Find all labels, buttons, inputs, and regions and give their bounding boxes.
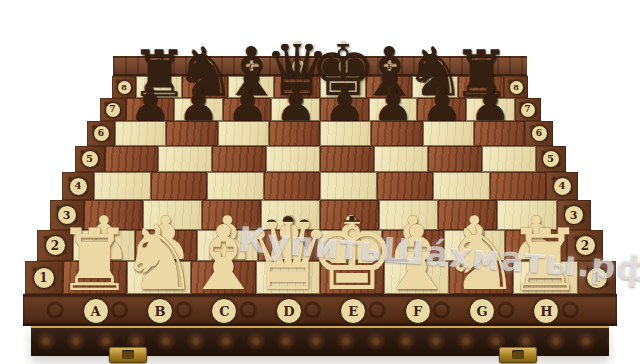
square-c6 (218, 121, 269, 146)
frame-right-rank-4: 4 (546, 172, 578, 200)
file-label-h: H (533, 298, 559, 324)
rank-label-left-1: 1 (33, 267, 55, 289)
rank-row-5: 55 (25, 146, 616, 172)
square-g4 (433, 172, 490, 200)
square-d1: ♛ (256, 261, 320, 294)
file-label-c: C (211, 298, 237, 324)
square-h3 (497, 200, 556, 230)
file-label-b: B (147, 298, 173, 324)
far-file-label-c: C (245, 59, 260, 74)
square-c7: ♟ (223, 98, 272, 121)
rank-row-8: 8♜♞♝♛♚♝♞♜8 (25, 76, 616, 98)
rank-label-right-6: 6 (531, 125, 548, 142)
rank-label-right-7: 7 (520, 102, 536, 118)
square-a8: ♜ (136, 76, 182, 98)
square-e5 (320, 146, 374, 172)
file-label-a: A (83, 298, 109, 324)
square-f8: ♝ (366, 76, 412, 98)
frame-left-rank-4: 4 (62, 172, 94, 200)
square-e6 (320, 121, 371, 146)
far-file-label-h: H (475, 59, 490, 74)
rank-label-left-7: 7 (105, 102, 121, 118)
rank-label-right-8: 8 (509, 80, 524, 95)
square-a2: ♟ (73, 230, 135, 261)
square-f3 (379, 200, 438, 230)
rank-label-left-8: 8 (117, 80, 132, 95)
file-label-g: G (469, 298, 495, 324)
square-b1: ♞ (127, 261, 191, 294)
square-d7: ♟ (271, 98, 320, 121)
square-b2: ♟ (135, 230, 197, 261)
rank-label-left-5: 5 (81, 150, 99, 168)
rank-label-left-4: 4 (69, 177, 88, 196)
frame-right-rank-8: 8 (504, 76, 528, 98)
rank-label-left-3: 3 (57, 205, 77, 225)
far-file-label-a: A (153, 59, 168, 74)
rank-label-right-5: 5 (542, 150, 560, 168)
square-c4 (207, 172, 264, 200)
square-b7: ♟ (174, 98, 223, 121)
square-c5 (212, 146, 266, 172)
square-b6 (166, 121, 217, 146)
rank-label-right-3: 3 (564, 205, 584, 225)
square-c8: ♝ (228, 76, 274, 98)
square-d5 (266, 146, 320, 172)
file-labels-band: ABCDEFGH (23, 294, 617, 326)
square-f4 (377, 172, 434, 200)
square-h7: ♟ (466, 98, 515, 121)
square-f7: ♟ (369, 98, 418, 121)
frame-left-rank-2: 2 (37, 230, 73, 261)
board-top-border: ABCDEFGH (113, 56, 527, 76)
square-b5 (158, 146, 212, 172)
far-file-label-e: E (337, 59, 352, 74)
frame-left-rank-5: 5 (75, 146, 105, 172)
far-file-label-f: F (383, 59, 398, 74)
square-a1: ♜ (63, 261, 127, 294)
square-d4 (264, 172, 321, 200)
frame-left-rank-7: 7 (100, 98, 126, 121)
square-g3 (438, 200, 497, 230)
square-e7: ♟ (320, 98, 369, 121)
square-a7: ♟ (126, 98, 175, 121)
frame-left-rank-1: 1 (25, 261, 63, 294)
square-a3 (84, 200, 143, 230)
file-label-e: E (340, 298, 366, 324)
square-h6 (474, 121, 525, 146)
square-g8: ♞ (412, 76, 458, 98)
rank-label-left-6: 6 (93, 125, 110, 142)
square-a5 (105, 146, 159, 172)
frame-right-rank-7: 7 (515, 98, 541, 121)
square-a6 (115, 121, 166, 146)
square-g5 (428, 146, 482, 172)
square-d6 (269, 121, 320, 146)
square-e4 (320, 172, 377, 200)
file-label-d: D (276, 298, 302, 324)
rank-label-right-4: 4 (553, 177, 572, 196)
frame-left-rank-6: 6 (87, 121, 115, 146)
chess-set-photo: ABCDEFGH 8♜♞♝♛♚♝♞♜87♟♟♟♟♟♟♟♟7665544332♟♟… (0, 0, 640, 364)
chess-board: ABCDEFGH 8♜♞♝♛♚♝♞♜87♟♟♟♟♟♟♟♟7665544332♟♟… (0, 56, 640, 356)
square-d8: ♛ (274, 76, 320, 98)
box-front-panel (31, 326, 609, 356)
square-h5 (482, 146, 536, 172)
square-b4 (151, 172, 208, 200)
square-h4 (490, 172, 547, 200)
brass-clasp-left (109, 347, 147, 363)
frame-right-rank-5: 5 (536, 146, 566, 172)
rank-row-6: 66 (25, 121, 616, 146)
far-file-label-d: D (291, 59, 306, 74)
far-file-label-b: B (199, 59, 214, 74)
square-g6 (423, 121, 474, 146)
frame-right-rank-6: 6 (525, 121, 553, 146)
square-b3 (143, 200, 202, 230)
square-b8: ♞ (182, 76, 228, 98)
square-g7: ♟ (417, 98, 466, 121)
square-c1: ♝ (191, 261, 255, 294)
rank-row-4: 44 (25, 172, 616, 200)
frame-left-rank-8: 8 (112, 76, 136, 98)
square-e8: ♚ (320, 76, 366, 98)
square-f6 (371, 121, 422, 146)
square-h8: ♜ (458, 76, 504, 98)
square-a4 (94, 172, 151, 200)
brass-clasp-right (499, 347, 537, 363)
far-file-label-g: G (429, 59, 444, 74)
frame-right-rank-3: 3 (557, 200, 591, 230)
square-f5 (374, 146, 428, 172)
rank-label-left-2: 2 (45, 235, 66, 256)
file-label-f: F (405, 298, 431, 324)
rank-row-7: 7♟♟♟♟♟♟♟♟7 (25, 98, 616, 121)
frame-left-rank-3: 3 (50, 200, 84, 230)
